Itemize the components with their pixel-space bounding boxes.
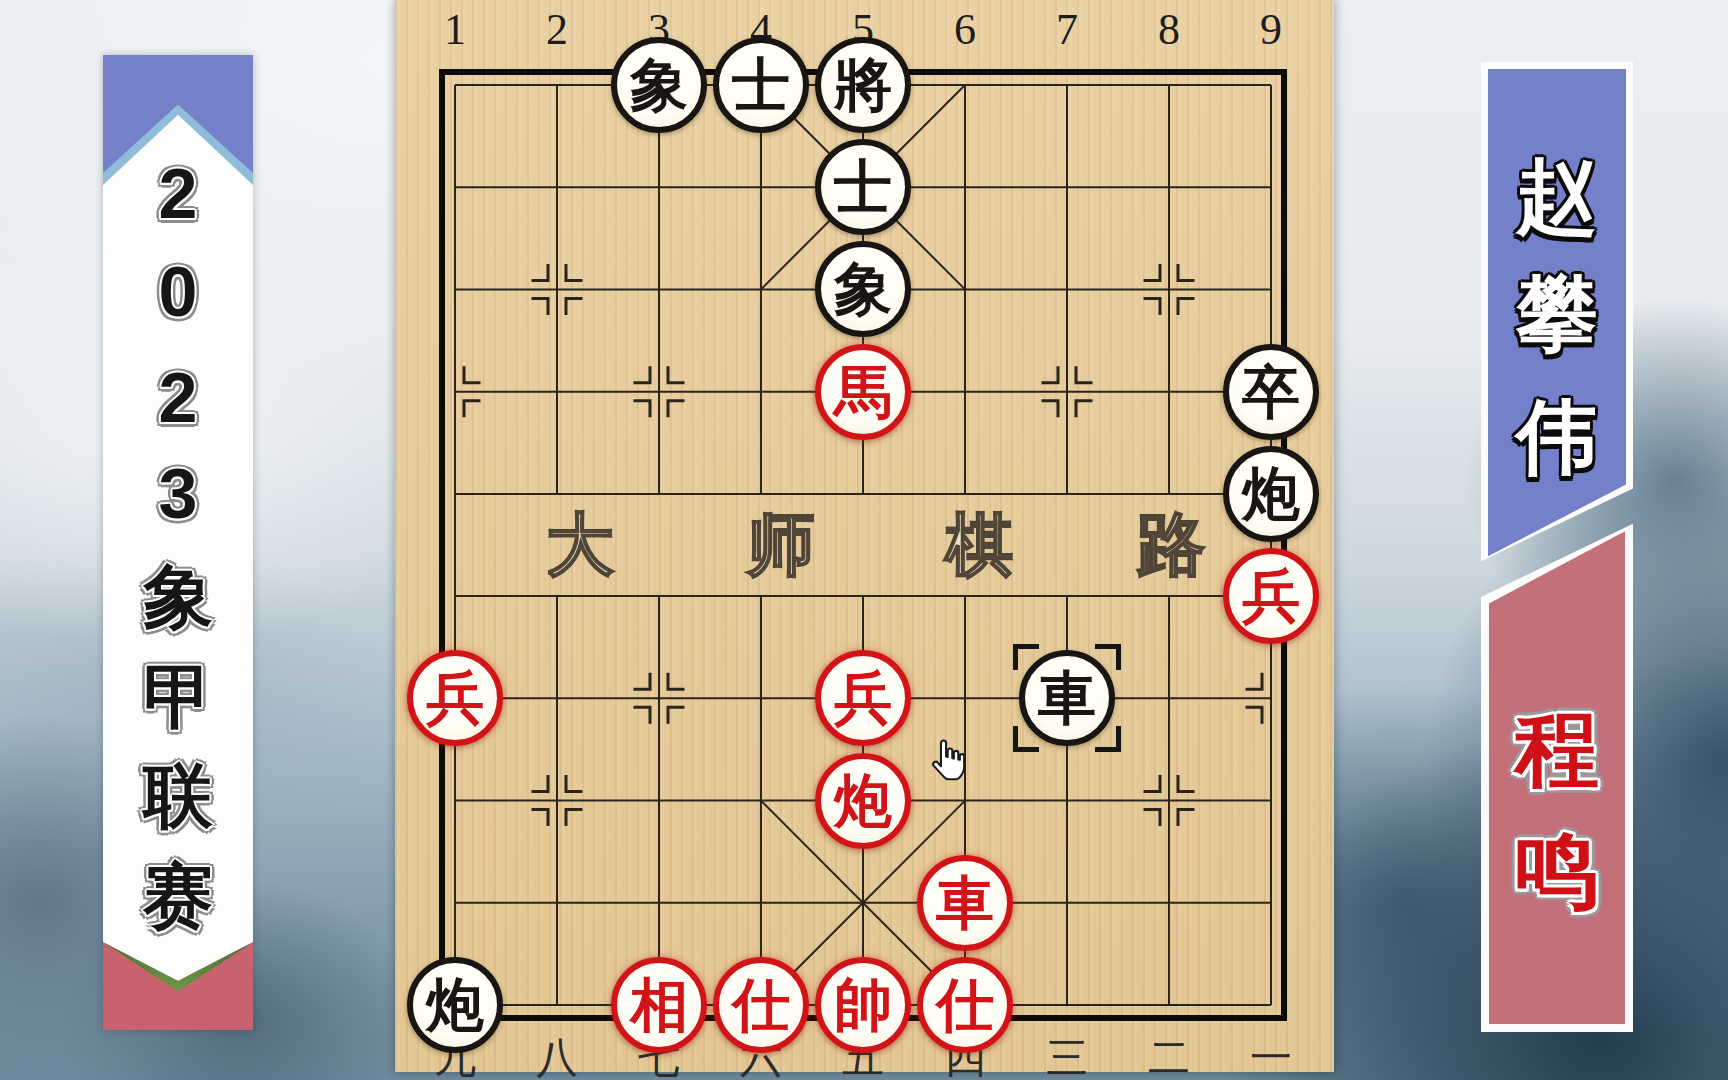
piece-red-soldier[interactable]: 兵 bbox=[407, 650, 503, 746]
piece-glyph: 仕 bbox=[936, 976, 994, 1034]
event-char: 3 bbox=[103, 459, 253, 529]
file-label-top: 7 bbox=[1056, 4, 1078, 55]
file-label-top: 2 bbox=[546, 4, 568, 55]
piece-glyph: 帥 bbox=[834, 976, 892, 1034]
piece-red-elephant[interactable]: 相 bbox=[611, 957, 707, 1053]
piece-glyph: 炮 bbox=[426, 976, 484, 1034]
piece-black-advisor[interactable]: 士 bbox=[815, 139, 911, 235]
piece-glyph: 士 bbox=[732, 56, 790, 114]
piece-black-cannon[interactable]: 炮 bbox=[1223, 446, 1319, 542]
piece-red-general[interactable]: 帥 bbox=[815, 957, 911, 1053]
piece-black-general[interactable]: 將 bbox=[815, 37, 911, 133]
event-char: 2 bbox=[103, 159, 253, 229]
piece-red-soldier[interactable]: 兵 bbox=[1223, 548, 1319, 644]
piece-glyph: 象 bbox=[834, 260, 892, 318]
river-char: 路 bbox=[1137, 500, 1205, 591]
event-banner: 2 0 2 3 象 甲 联 赛 bbox=[103, 55, 253, 1030]
piece-black-soldier[interactable]: 卒 bbox=[1223, 344, 1319, 440]
piece-red-chariot[interactable]: 車 bbox=[917, 855, 1013, 951]
file-label-top: 6 bbox=[954, 4, 976, 55]
piece-glyph: 車 bbox=[936, 874, 994, 932]
river-char: 师 bbox=[747, 500, 815, 591]
black-player-char: 攀 bbox=[1481, 272, 1633, 354]
red-player-char: 鸣 bbox=[1481, 828, 1633, 912]
piece-glyph: 車 bbox=[1038, 669, 1096, 727]
piece-red-horse[interactable]: 馬 bbox=[815, 344, 911, 440]
piece-glyph: 士 bbox=[834, 158, 892, 216]
event-char: 联 bbox=[103, 761, 253, 831]
river-char: 棋 bbox=[945, 500, 1013, 591]
piece-black-advisor[interactable]: 士 bbox=[713, 37, 809, 133]
piece-black-chariot[interactable]: 車 bbox=[1019, 650, 1115, 746]
piece-red-advisor[interactable]: 仕 bbox=[713, 957, 809, 1053]
file-label-top: 9 bbox=[1260, 4, 1282, 55]
xiangqi-board[interactable]: 大师棋路 123456789 九八七六五四三二一 象士將士象馬卒炮兵兵兵車炮車炮… bbox=[395, 0, 1334, 1072]
event-char: 赛 bbox=[103, 861, 253, 931]
piece-red-cannon[interactable]: 炮 bbox=[815, 753, 911, 849]
file-label-bottom: 八 bbox=[536, 1030, 578, 1080]
piece-red-soldier[interactable]: 兵 bbox=[815, 650, 911, 746]
piece-glyph: 將 bbox=[834, 56, 892, 114]
piece-black-elephant[interactable]: 象 bbox=[815, 241, 911, 337]
piece-black-cannon[interactable]: 炮 bbox=[407, 957, 503, 1053]
piece-glyph: 卒 bbox=[1242, 363, 1300, 421]
black-player-banner: 赵 攀 伟 bbox=[1481, 62, 1633, 582]
event-char: 象 bbox=[103, 562, 253, 632]
river-char: 大 bbox=[546, 500, 614, 591]
file-label-bottom: 二 bbox=[1148, 1030, 1190, 1080]
piece-black-elephant[interactable]: 象 bbox=[611, 37, 707, 133]
piece-red-advisor[interactable]: 仕 bbox=[917, 957, 1013, 1053]
piece-glyph: 象 bbox=[630, 56, 688, 114]
piece-glyph: 相 bbox=[630, 976, 688, 1034]
piece-glyph: 兵 bbox=[426, 669, 484, 727]
piece-glyph: 兵 bbox=[1242, 567, 1300, 625]
red-player-char: 程 bbox=[1481, 707, 1633, 791]
black-player-char: 赵 bbox=[1481, 156, 1633, 238]
event-char: 2 bbox=[103, 363, 253, 433]
ribbon-bottom-cap bbox=[103, 942, 253, 1030]
piece-glyph: 仕 bbox=[732, 976, 790, 1034]
black-player-char: 伟 bbox=[1481, 396, 1633, 478]
piece-glyph: 馬 bbox=[834, 363, 892, 421]
file-label-bottom: 一 bbox=[1250, 1030, 1292, 1080]
event-char: 0 bbox=[103, 257, 253, 327]
piece-glyph: 炮 bbox=[834, 772, 892, 830]
file-label-top: 8 bbox=[1158, 4, 1180, 55]
piece-glyph: 炮 bbox=[1242, 465, 1300, 523]
red-player-banner: 程 鸣 bbox=[1481, 508, 1633, 1032]
file-label-bottom: 三 bbox=[1046, 1030, 1088, 1080]
file-label-top: 1 bbox=[444, 4, 466, 55]
event-char: 甲 bbox=[103, 662, 253, 732]
piece-glyph: 兵 bbox=[834, 669, 892, 727]
